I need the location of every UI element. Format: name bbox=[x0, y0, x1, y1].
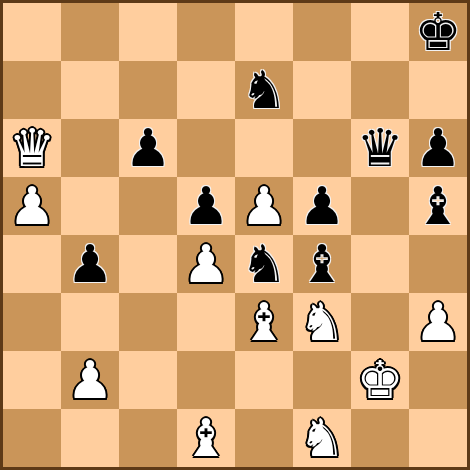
black-pawn-piece[interactable]: ♟ bbox=[125, 119, 172, 177]
square-a2[interactable] bbox=[3, 351, 61, 409]
square-e6[interactable] bbox=[235, 119, 293, 177]
square-f8[interactable] bbox=[293, 3, 351, 61]
chess-diagram: ♚♞♛♟♛♟♟♟♟♟♝♟♟♞♝♝♞♟♟♚♝♞ bbox=[0, 0, 470, 470]
white-knight-piece[interactable]: ♞ bbox=[299, 409, 346, 467]
square-e1[interactable] bbox=[235, 409, 293, 467]
square-h4[interactable] bbox=[409, 235, 467, 293]
square-g6[interactable]: ♛ bbox=[351, 119, 409, 177]
square-e4[interactable]: ♞ bbox=[235, 235, 293, 293]
square-d4[interactable]: ♟ bbox=[177, 235, 235, 293]
square-b5[interactable] bbox=[61, 177, 119, 235]
square-f7[interactable] bbox=[293, 61, 351, 119]
square-d3[interactable] bbox=[177, 293, 235, 351]
square-a3[interactable] bbox=[3, 293, 61, 351]
square-e3[interactable]: ♝ bbox=[235, 293, 293, 351]
square-d7[interactable] bbox=[177, 61, 235, 119]
square-e8[interactable] bbox=[235, 3, 293, 61]
black-bishop-piece[interactable]: ♝ bbox=[299, 235, 346, 293]
black-knight-piece[interactable]: ♞ bbox=[241, 235, 288, 293]
square-c6[interactable]: ♟ bbox=[119, 119, 177, 177]
square-g4[interactable] bbox=[351, 235, 409, 293]
square-d1[interactable]: ♝ bbox=[177, 409, 235, 467]
black-knight-piece[interactable]: ♞ bbox=[241, 61, 288, 119]
square-c5[interactable] bbox=[119, 177, 177, 235]
square-a7[interactable] bbox=[3, 61, 61, 119]
black-pawn-piece[interactable]: ♟ bbox=[415, 119, 462, 177]
square-h7[interactable] bbox=[409, 61, 467, 119]
square-b8[interactable] bbox=[61, 3, 119, 61]
square-d6[interactable] bbox=[177, 119, 235, 177]
square-f3[interactable]: ♞ bbox=[293, 293, 351, 351]
square-f1[interactable]: ♞ bbox=[293, 409, 351, 467]
square-b3[interactable] bbox=[61, 293, 119, 351]
white-pawn-piece[interactable]: ♟ bbox=[241, 177, 288, 235]
square-c8[interactable] bbox=[119, 3, 177, 61]
square-f5[interactable]: ♟ bbox=[293, 177, 351, 235]
square-b4[interactable]: ♟ bbox=[61, 235, 119, 293]
square-h8[interactable]: ♚ bbox=[409, 3, 467, 61]
square-h3[interactable]: ♟ bbox=[409, 293, 467, 351]
white-bishop-piece[interactable]: ♝ bbox=[241, 293, 288, 351]
black-king-piece[interactable]: ♚ bbox=[415, 3, 462, 61]
black-pawn-piece[interactable]: ♟ bbox=[183, 177, 230, 235]
square-g3[interactable] bbox=[351, 293, 409, 351]
black-bishop-piece[interactable]: ♝ bbox=[415, 177, 462, 235]
square-h2[interactable] bbox=[409, 351, 467, 409]
square-c3[interactable] bbox=[119, 293, 177, 351]
square-h6[interactable]: ♟ bbox=[409, 119, 467, 177]
square-d5[interactable]: ♟ bbox=[177, 177, 235, 235]
square-f2[interactable] bbox=[293, 351, 351, 409]
black-queen-piece[interactable]: ♛ bbox=[357, 119, 404, 177]
white-king-piece[interactable]: ♚ bbox=[357, 351, 404, 409]
square-g1[interactable] bbox=[351, 409, 409, 467]
square-a5[interactable]: ♟ bbox=[3, 177, 61, 235]
white-pawn-piece[interactable]: ♟ bbox=[67, 351, 114, 409]
black-pawn-piece[interactable]: ♟ bbox=[67, 235, 114, 293]
square-g7[interactable] bbox=[351, 61, 409, 119]
square-b1[interactable] bbox=[61, 409, 119, 467]
square-b7[interactable] bbox=[61, 61, 119, 119]
square-b6[interactable] bbox=[61, 119, 119, 177]
white-pawn-piece[interactable]: ♟ bbox=[183, 235, 230, 293]
square-e7[interactable]: ♞ bbox=[235, 61, 293, 119]
square-c1[interactable] bbox=[119, 409, 177, 467]
white-queen-piece[interactable]: ♛ bbox=[9, 119, 56, 177]
square-f4[interactable]: ♝ bbox=[293, 235, 351, 293]
square-c2[interactable] bbox=[119, 351, 177, 409]
square-d2[interactable] bbox=[177, 351, 235, 409]
white-bishop-piece[interactable]: ♝ bbox=[183, 409, 230, 467]
square-f6[interactable] bbox=[293, 119, 351, 177]
square-g8[interactable] bbox=[351, 3, 409, 61]
square-g2[interactable]: ♚ bbox=[351, 351, 409, 409]
square-e5[interactable]: ♟ bbox=[235, 177, 293, 235]
square-h1[interactable] bbox=[409, 409, 467, 467]
chess-board: ♚♞♛♟♛♟♟♟♟♟♝♟♟♞♝♝♞♟♟♚♝♞ bbox=[0, 0, 470, 470]
square-e2[interactable] bbox=[235, 351, 293, 409]
square-a8[interactable] bbox=[3, 3, 61, 61]
square-g5[interactable] bbox=[351, 177, 409, 235]
square-b2[interactable]: ♟ bbox=[61, 351, 119, 409]
square-a4[interactable] bbox=[3, 235, 61, 293]
square-d8[interactable] bbox=[177, 3, 235, 61]
white-knight-piece[interactable]: ♞ bbox=[299, 293, 346, 351]
square-a6[interactable]: ♛ bbox=[3, 119, 61, 177]
square-h5[interactable]: ♝ bbox=[409, 177, 467, 235]
white-pawn-piece[interactable]: ♟ bbox=[415, 293, 462, 351]
black-pawn-piece[interactable]: ♟ bbox=[299, 177, 346, 235]
square-c7[interactable] bbox=[119, 61, 177, 119]
square-c4[interactable] bbox=[119, 235, 177, 293]
square-a1[interactable] bbox=[3, 409, 61, 467]
white-pawn-piece[interactable]: ♟ bbox=[9, 177, 56, 235]
